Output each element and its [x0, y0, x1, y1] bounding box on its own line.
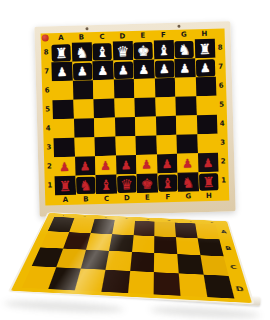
- white-king: ♚: [137, 43, 150, 57]
- square-e8: ♚: [133, 40, 154, 60]
- folded-board-square: [154, 253, 179, 273]
- square-b6: [72, 80, 93, 100]
- piece-tile: ♜: [196, 40, 214, 56]
- square-h7: ♟: [195, 58, 216, 78]
- square-d6: [113, 79, 134, 99]
- coordinate-label: 4: [125, 218, 128, 220]
- coordinate-label: B: [225, 247, 232, 251]
- square-g8: ♞: [174, 39, 195, 59]
- square-c6: [93, 80, 114, 100]
- square-d4: [114, 117, 135, 137]
- coordinate-label: 3: [217, 133, 228, 152]
- piece-tile: ♞: [73, 44, 91, 60]
- square-e5: [134, 97, 155, 117]
- coordinate-label: G: [174, 29, 195, 40]
- folded-board-square: [175, 223, 198, 239]
- nail-hole: [85, 27, 88, 30]
- piece-tile: ♜: [52, 44, 70, 60]
- white-pawn: ♟: [138, 63, 149, 75]
- white-bishop: ♝: [157, 42, 170, 56]
- piece-tile: ♟: [137, 156, 155, 172]
- folded-board-square: [86, 233, 112, 251]
- square-c8: ♝: [92, 42, 113, 62]
- square-d5: [114, 98, 135, 118]
- square-a8: ♜: [51, 43, 72, 63]
- coordinate-label: 7: [215, 57, 226, 76]
- piece-tile: ♟: [73, 63, 91, 79]
- coordinate-label: D: [112, 31, 133, 42]
- white-bishop: ♝: [96, 44, 109, 58]
- folded-board-area: 12345678 ABCD: [0, 190, 270, 320]
- folded-board-face: 12345678 ABCD: [11, 213, 252, 303]
- folded-board-square: [105, 251, 131, 271]
- square-h3: [197, 134, 218, 154]
- chessboard-grid: ♜♞♝♛♚♝♞♜♟♟♟♟♟♟♟♟♟♟♟♟♟♟♟♟♜♞♝♛♚♝♞♜: [51, 39, 219, 196]
- coordinate-label: C: [92, 32, 113, 43]
- red-pawn: ♟: [100, 159, 111, 171]
- square-f7: ♟: [154, 59, 175, 79]
- square-a4: [53, 119, 74, 139]
- folded-board-square: [127, 271, 154, 294]
- folded-board-square: [90, 219, 114, 234]
- square-b2: ♟: [75, 156, 96, 176]
- folded-board-square: [112, 220, 135, 236]
- square-g4: [176, 115, 197, 135]
- piece-tile: ♟: [94, 62, 112, 78]
- folded-board-square: [154, 272, 181, 296]
- piece-tile: ♟: [135, 61, 153, 77]
- coordinate-label: 6: [168, 220, 171, 222]
- piece-tile: ♟: [176, 60, 194, 76]
- coordinate-label: H: [194, 29, 215, 40]
- folded-board-square: [178, 254, 204, 275]
- white-pawn: ♟: [56, 65, 67, 77]
- coordinate-label: 8: [41, 43, 52, 62]
- coordinate-label: D: [236, 287, 245, 293]
- square-f2: ♟: [156, 154, 177, 174]
- piece-tile: ♟: [114, 62, 132, 78]
- red-pawn: ♟: [141, 158, 152, 170]
- piece-tile: ♟: [196, 59, 214, 75]
- white-queen: ♛: [116, 44, 129, 58]
- white-rook: ♜: [198, 41, 211, 55]
- folded-board-square: [109, 234, 134, 252]
- square-g2: ♟: [177, 153, 198, 173]
- white-pawn: ♟: [77, 65, 88, 77]
- folded-board-square: [132, 235, 155, 253]
- coordinate-label: C: [230, 265, 238, 270]
- square-d7: ♟: [113, 60, 134, 80]
- square-f6: [154, 78, 175, 98]
- coordinate-label: B: [71, 32, 92, 43]
- folded-board-grid: [22, 217, 235, 299]
- coordinate-label: 7: [41, 62, 52, 81]
- square-g7: ♟: [174, 58, 195, 78]
- folded-board-square: [130, 252, 155, 272]
- piece-tile: ♟: [76, 158, 94, 174]
- coordinate-label: 5: [42, 100, 53, 119]
- coordinate-label: 2: [83, 216, 86, 218]
- square-c4: [94, 118, 115, 138]
- white-pawn: ♟: [97, 64, 108, 76]
- white-rook: ♜: [55, 45, 68, 59]
- coordinate-label: A: [51, 33, 72, 44]
- square-d2: ♟: [116, 155, 137, 175]
- white-pawn: ♟: [118, 64, 129, 76]
- nail-hole: [177, 25, 180, 28]
- white-pawn: ♟: [159, 63, 170, 75]
- product-photo-scene: ABCDEFGH 87654321 ♜♞♝♛♚♝♞♜♟♟♟♟♟♟♟♟♟♟♟♟♟♟…: [0, 0, 270, 320]
- square-a5: [52, 100, 73, 120]
- square-a3: [54, 138, 75, 158]
- piece-tile: ♟: [55, 158, 73, 174]
- coordinate-label: 6: [216, 76, 227, 95]
- square-g6: [175, 77, 196, 97]
- piece-tile: ♞: [175, 41, 193, 57]
- piece-tile: ♝: [155, 41, 173, 57]
- square-e7: ♟: [133, 59, 154, 79]
- piece-tile: ♟: [178, 155, 196, 171]
- square-c5: [93, 99, 114, 119]
- piece-tile: ♟: [199, 154, 217, 170]
- square-f5: [155, 97, 176, 117]
- square-e3: [135, 135, 156, 155]
- coordinate-label: 2: [218, 152, 229, 171]
- white-knight: ♞: [75, 45, 88, 59]
- piece-tile: ♛: [114, 43, 132, 59]
- folded-board-square: [155, 222, 177, 238]
- folded-board-square: [81, 250, 109, 270]
- white-pawn: ♟: [179, 62, 190, 74]
- coordinate-label: 8: [215, 38, 226, 57]
- square-c3: [94, 137, 115, 157]
- piece-tile: ♟: [117, 157, 135, 173]
- square-e4: [135, 116, 156, 136]
- coordinate-label: 3: [104, 217, 107, 219]
- square-b3: [74, 137, 95, 157]
- coordinate-label: 7: [189, 221, 192, 223]
- square-g3: [176, 134, 197, 154]
- square-b7: ♟: [72, 61, 93, 81]
- square-h6: [195, 77, 216, 97]
- piece-tile: ♟: [158, 155, 176, 171]
- square-b8: ♞: [71, 42, 92, 62]
- red-pawn: ♟: [161, 157, 172, 169]
- piece-tile: ♝: [93, 43, 111, 59]
- square-h4: [196, 115, 217, 135]
- square-d8: ♛: [112, 41, 133, 61]
- piece-tile: ♟: [53, 63, 71, 79]
- square-b5: [73, 99, 94, 119]
- coordinate-label: 3: [44, 138, 55, 157]
- square-e2: ♟: [136, 154, 157, 174]
- square-f3: [156, 135, 177, 155]
- red-corner-dot: [42, 34, 49, 41]
- piece-tile: ♚: [134, 42, 152, 58]
- square-a6: [52, 81, 73, 101]
- piece-tile: ♟: [96, 157, 114, 173]
- square-h8: ♜: [194, 39, 215, 59]
- square-c2: ♟: [95, 156, 116, 176]
- coordinate-label: 8: [210, 222, 213, 224]
- square-g5: [175, 96, 196, 116]
- white-pawn: ♟: [200, 61, 211, 73]
- square-e6: [134, 78, 155, 98]
- coordinate-label: 1: [62, 215, 65, 217]
- red-pawn: ♟: [79, 160, 90, 172]
- white-knight: ♞: [178, 42, 191, 56]
- square-d3: [115, 136, 136, 156]
- coordinate-label: 4: [217, 114, 228, 133]
- coordinate-label: A: [221, 230, 228, 234]
- square-b4: [73, 118, 94, 138]
- square-f8: ♝: [153, 40, 174, 60]
- coordinate-label: 4: [43, 119, 54, 138]
- piece-tile: ♟: [155, 60, 173, 76]
- red-pawn: ♟: [59, 160, 70, 172]
- square-h5: [196, 96, 217, 116]
- folded-board-square: [101, 270, 130, 293]
- folded-board-square: [154, 236, 177, 254]
- square-f4: [155, 116, 176, 136]
- folded-board-square: [176, 237, 200, 255]
- coordinate-label: 5: [147, 219, 150, 221]
- red-pawn: ♟: [182, 157, 193, 169]
- square-c7: ♟: [92, 61, 113, 81]
- coordinate-label: E: [133, 30, 154, 41]
- red-pawn: ♟: [120, 159, 131, 171]
- coordinate-label: 5: [216, 95, 227, 114]
- coordinate-label: F: [153, 30, 174, 41]
- red-pawn: ♟: [202, 156, 213, 168]
- folded-board-square: [133, 221, 155, 237]
- square-h2: ♟: [197, 153, 218, 173]
- square-a7: ♟: [51, 62, 72, 82]
- coordinate-label: 6: [42, 81, 53, 100]
